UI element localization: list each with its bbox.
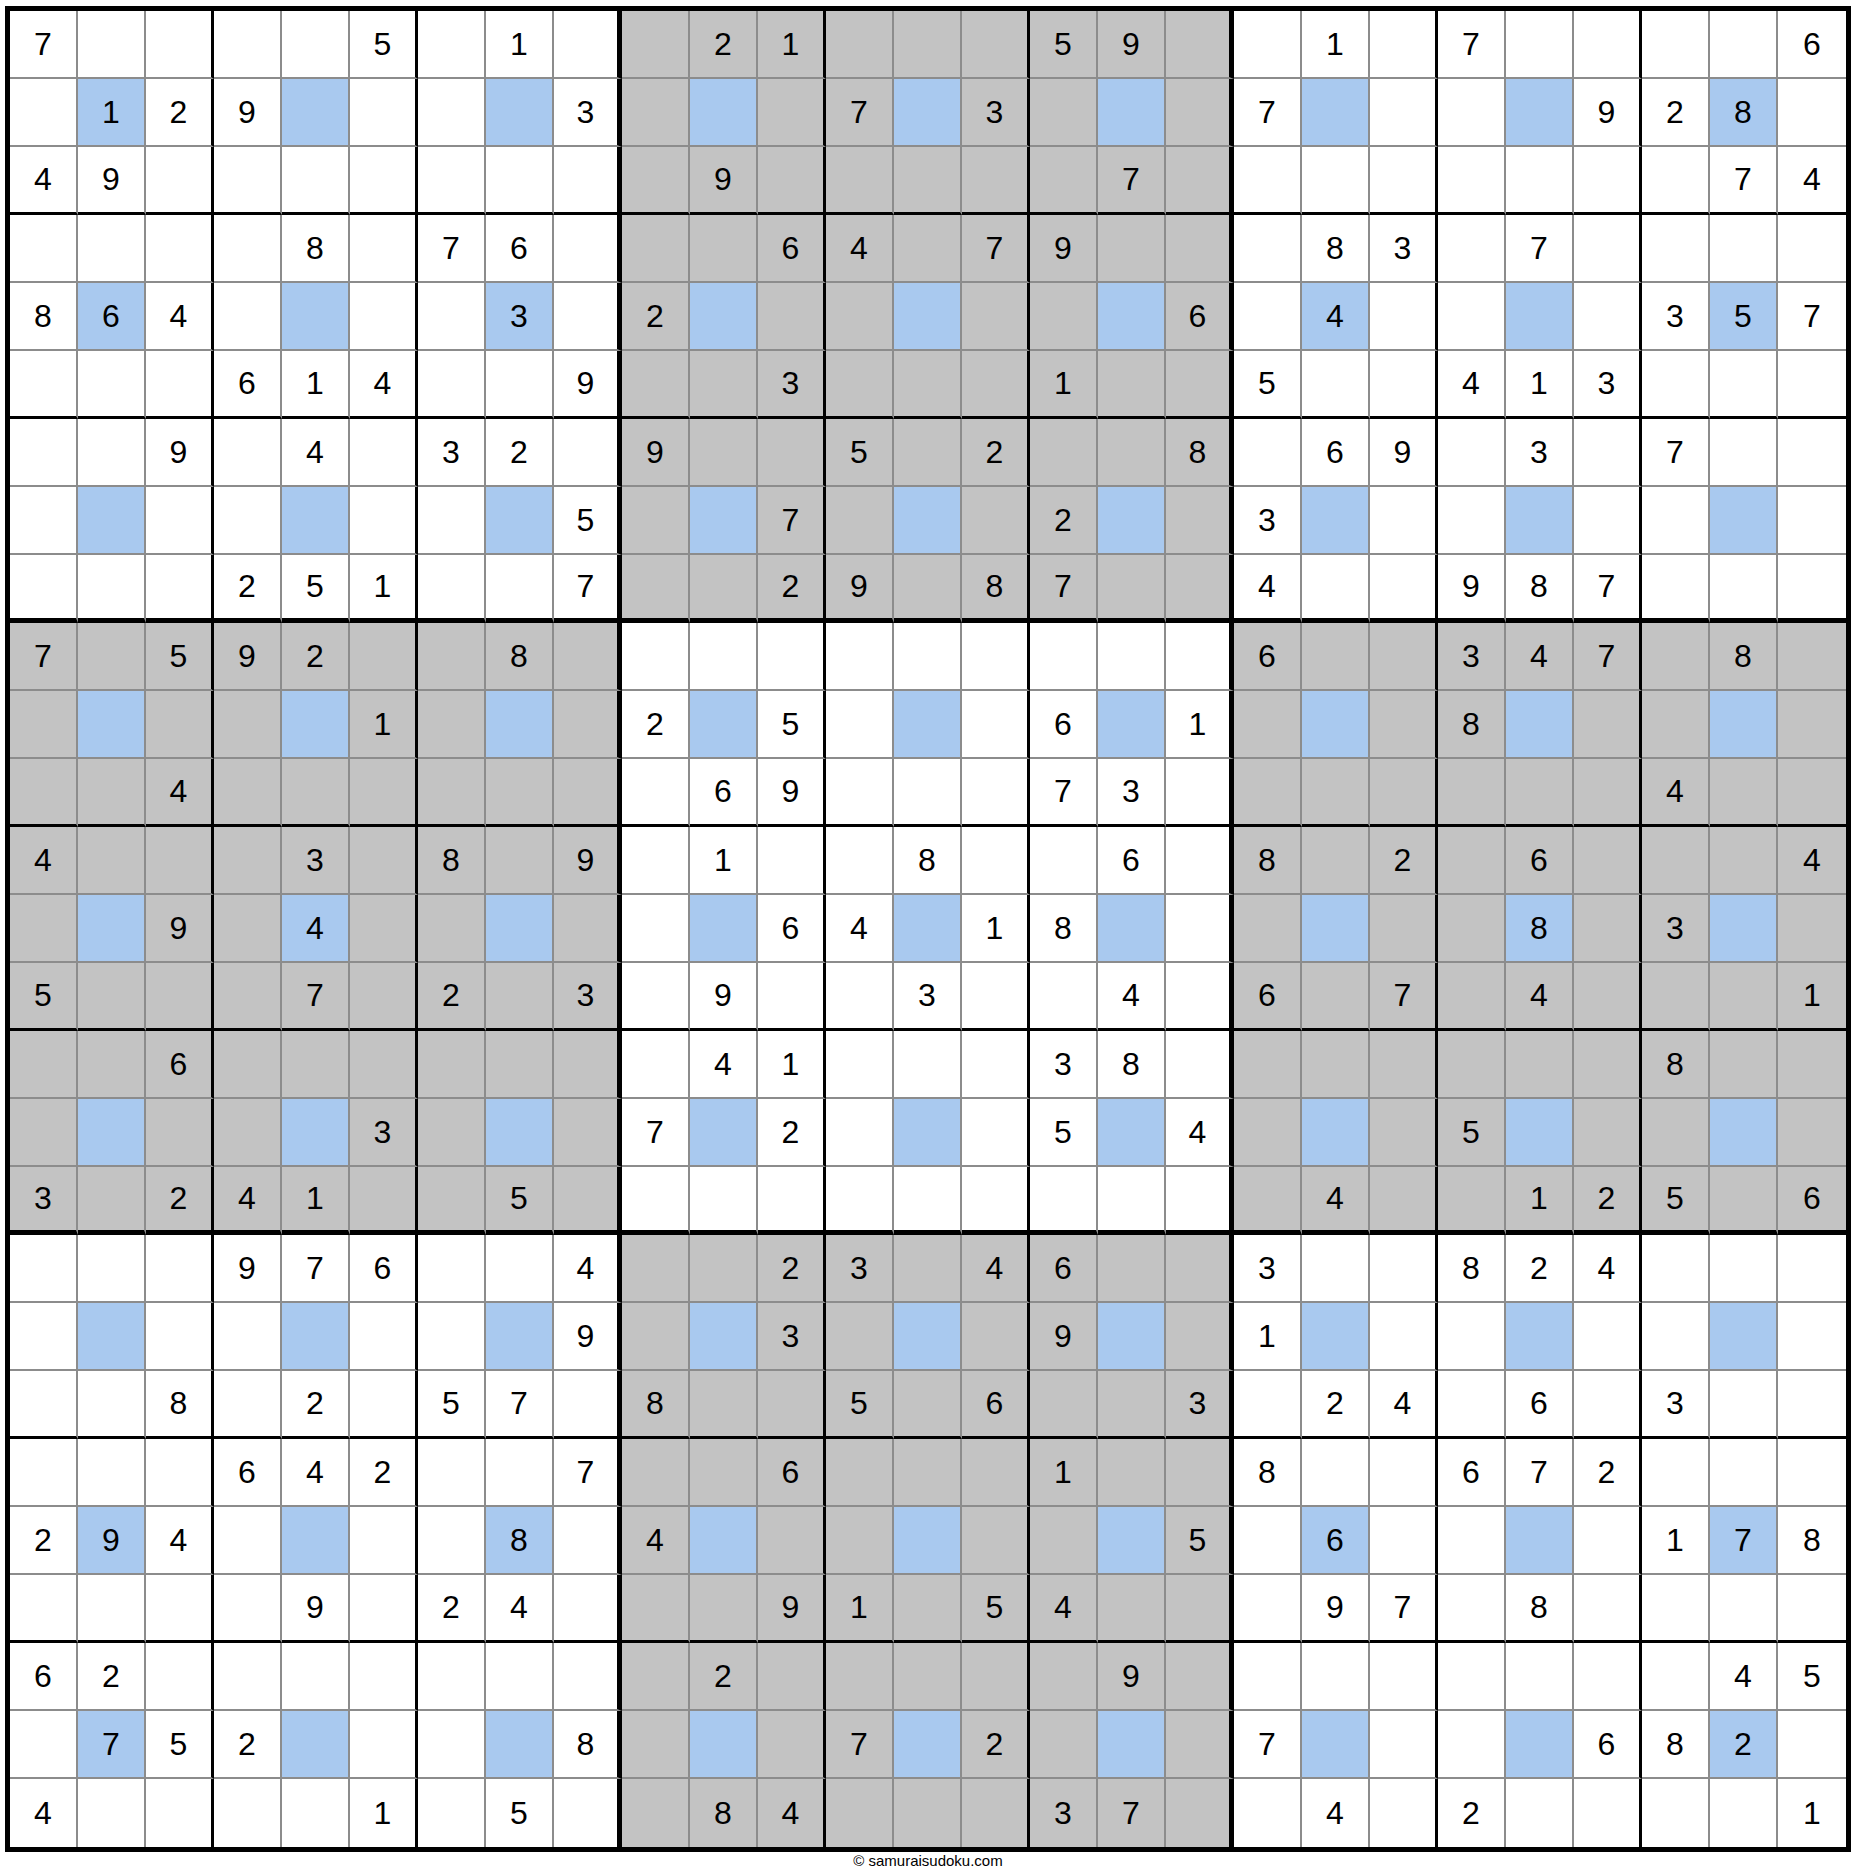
cell-r1c24[interactable]: 2 [1642, 79, 1710, 147]
cell-r26c19[interactable]: 4 [1302, 1779, 1370, 1847]
cell-r14c5[interactable] [350, 963, 418, 1031]
cell-r26c21[interactable]: 2 [1438, 1779, 1506, 1847]
cell-r19c8[interactable]: 9 [554, 1303, 622, 1371]
cell-r11c1[interactable] [78, 759, 146, 827]
cell-r24c5[interactable] [350, 1643, 418, 1711]
cell-r4c23[interactable] [1574, 283, 1642, 351]
cell-r10c13[interactable] [894, 691, 962, 759]
cell-r9c10[interactable] [690, 623, 758, 691]
cell-r2c4[interactable] [282, 147, 350, 215]
cell-r6c26[interactable] [1778, 419, 1846, 487]
cell-r21c21[interactable]: 6 [1438, 1439, 1506, 1507]
cell-r10c14[interactable] [962, 691, 1030, 759]
cell-r12c12[interactable] [826, 827, 894, 895]
cell-r7c11[interactable]: 7 [758, 487, 826, 555]
cell-r5c25[interactable] [1710, 351, 1778, 419]
cell-r21c20[interactable] [1370, 1439, 1438, 1507]
cell-r13c2[interactable]: 9 [146, 895, 214, 963]
cell-r15c8[interactable] [554, 1031, 622, 1099]
cell-r6c5[interactable] [350, 419, 418, 487]
cell-r14c3[interactable] [214, 963, 282, 1031]
cell-r24c15[interactable] [1030, 1643, 1098, 1711]
cell-r18c12[interactable]: 3 [826, 1235, 894, 1303]
cell-r7c22[interactable] [1506, 487, 1574, 555]
cell-r23c17[interactable] [1166, 1575, 1234, 1643]
cell-r9c20[interactable] [1370, 623, 1438, 691]
cell-r12c23[interactable] [1574, 827, 1642, 895]
cell-r15c19[interactable] [1302, 1031, 1370, 1099]
cell-r19c6[interactable] [418, 1303, 486, 1371]
cell-r23c8[interactable] [554, 1575, 622, 1643]
cell-r13c3[interactable] [214, 895, 282, 963]
cell-r14c17[interactable] [1166, 963, 1234, 1031]
cell-r17c26[interactable]: 6 [1778, 1167, 1846, 1235]
cell-r14c20[interactable]: 7 [1370, 963, 1438, 1031]
cell-r3c15[interactable]: 9 [1030, 215, 1098, 283]
cell-r16c24[interactable] [1642, 1099, 1710, 1167]
cell-r25c17[interactable] [1166, 1711, 1234, 1779]
cell-r4c19[interactable]: 4 [1302, 283, 1370, 351]
cell-r12c0[interactable]: 4 [10, 827, 78, 895]
cell-r0c16[interactable]: 9 [1098, 11, 1166, 79]
cell-r23c16[interactable] [1098, 1575, 1166, 1643]
cell-r7c20[interactable] [1370, 487, 1438, 555]
cell-r22c15[interactable] [1030, 1507, 1098, 1575]
cell-r18c16[interactable] [1098, 1235, 1166, 1303]
cell-r24c10[interactable]: 2 [690, 1643, 758, 1711]
cell-r22c23[interactable] [1574, 1507, 1642, 1575]
cell-r19c20[interactable] [1370, 1303, 1438, 1371]
cell-r16c11[interactable]: 2 [758, 1099, 826, 1167]
cell-r15c0[interactable] [10, 1031, 78, 1099]
cell-r15c11[interactable]: 1 [758, 1031, 826, 1099]
cell-r10c25[interactable] [1710, 691, 1778, 759]
cell-r15c22[interactable] [1506, 1031, 1574, 1099]
cell-r3c21[interactable] [1438, 215, 1506, 283]
cell-r25c23[interactable]: 6 [1574, 1711, 1642, 1779]
cell-r1c18[interactable]: 7 [1234, 79, 1302, 147]
cell-r10c3[interactable] [214, 691, 282, 759]
cell-r24c2[interactable] [146, 1643, 214, 1711]
cell-r10c10[interactable] [690, 691, 758, 759]
cell-r16c1[interactable] [78, 1099, 146, 1167]
cell-r15c6[interactable] [418, 1031, 486, 1099]
cell-r5c1[interactable] [78, 351, 146, 419]
cell-r10c11[interactable]: 5 [758, 691, 826, 759]
cell-r25c7[interactable] [486, 1711, 554, 1779]
cell-r7c1[interactable] [78, 487, 146, 555]
cell-r16c15[interactable]: 5 [1030, 1099, 1098, 1167]
cell-r10c19[interactable] [1302, 691, 1370, 759]
cell-r4c6[interactable] [418, 283, 486, 351]
cell-r18c26[interactable] [1778, 1235, 1846, 1303]
cell-r13c14[interactable]: 1 [962, 895, 1030, 963]
cell-r1c16[interactable] [1098, 79, 1166, 147]
cell-r25c26[interactable] [1778, 1711, 1846, 1779]
cell-r13c6[interactable] [418, 895, 486, 963]
cell-r15c20[interactable] [1370, 1031, 1438, 1099]
cell-r16c7[interactable] [486, 1099, 554, 1167]
cell-r16c4[interactable] [282, 1099, 350, 1167]
cell-r2c17[interactable] [1166, 147, 1234, 215]
cell-r17c11[interactable] [758, 1167, 826, 1235]
cell-r12c10[interactable]: 1 [690, 827, 758, 895]
cell-r5c18[interactable]: 5 [1234, 351, 1302, 419]
cell-r7c4[interactable] [282, 487, 350, 555]
cell-r23c21[interactable] [1438, 1575, 1506, 1643]
cell-r17c10[interactable] [690, 1167, 758, 1235]
cell-r18c15[interactable]: 6 [1030, 1235, 1098, 1303]
cell-r6c0[interactable] [10, 419, 78, 487]
cell-r21c23[interactable]: 2 [1574, 1439, 1642, 1507]
cell-r4c5[interactable] [350, 283, 418, 351]
cell-r4c11[interactable] [758, 283, 826, 351]
cell-r16c26[interactable] [1778, 1099, 1846, 1167]
cell-r22c24[interactable]: 1 [1642, 1507, 1710, 1575]
cell-r16c6[interactable] [418, 1099, 486, 1167]
cell-r16c13[interactable] [894, 1099, 962, 1167]
cell-r5c17[interactable] [1166, 351, 1234, 419]
cell-r25c19[interactable] [1302, 1711, 1370, 1779]
cell-r10c26[interactable] [1778, 691, 1846, 759]
cell-r9c12[interactable] [826, 623, 894, 691]
cell-r17c15[interactable] [1030, 1167, 1098, 1235]
cell-r22c22[interactable] [1506, 1507, 1574, 1575]
cell-r20c2[interactable]: 8 [146, 1371, 214, 1439]
cell-r14c18[interactable]: 6 [1234, 963, 1302, 1031]
cell-r1c11[interactable] [758, 79, 826, 147]
cell-r19c17[interactable] [1166, 1303, 1234, 1371]
cell-r14c15[interactable] [1030, 963, 1098, 1031]
cell-r25c9[interactable] [622, 1711, 690, 1779]
cell-r11c0[interactable] [10, 759, 78, 827]
cell-r14c8[interactable]: 3 [554, 963, 622, 1031]
cell-r18c20[interactable] [1370, 1235, 1438, 1303]
cell-r7c26[interactable] [1778, 487, 1846, 555]
cell-r13c5[interactable] [350, 895, 418, 963]
cell-r13c20[interactable] [1370, 895, 1438, 963]
cell-r12c15[interactable] [1030, 827, 1098, 895]
cell-r20c15[interactable] [1030, 1371, 1098, 1439]
cell-r21c24[interactable] [1642, 1439, 1710, 1507]
cell-r23c18[interactable] [1234, 1575, 1302, 1643]
cell-r14c6[interactable]: 2 [418, 963, 486, 1031]
cell-r19c14[interactable] [962, 1303, 1030, 1371]
cell-r15c4[interactable] [282, 1031, 350, 1099]
cell-r1c22[interactable] [1506, 79, 1574, 147]
cell-r8c10[interactable] [690, 555, 758, 623]
cell-r9c19[interactable] [1302, 623, 1370, 691]
cell-r6c18[interactable] [1234, 419, 1302, 487]
cell-r1c19[interactable] [1302, 79, 1370, 147]
cell-r17c17[interactable] [1166, 1167, 1234, 1235]
cell-r20c8[interactable] [554, 1371, 622, 1439]
cell-r19c22[interactable] [1506, 1303, 1574, 1371]
cell-r4c15[interactable] [1030, 283, 1098, 351]
cell-r14c22[interactable]: 4 [1506, 963, 1574, 1031]
cell-r19c13[interactable] [894, 1303, 962, 1371]
cell-r12c2[interactable] [146, 827, 214, 895]
cell-r26c25[interactable] [1710, 1779, 1778, 1847]
cell-r16c5[interactable]: 3 [350, 1099, 418, 1167]
cell-r4c22[interactable] [1506, 283, 1574, 351]
cell-r9c1[interactable] [78, 623, 146, 691]
cell-r22c8[interactable] [554, 1507, 622, 1575]
cell-r21c22[interactable]: 7 [1506, 1439, 1574, 1507]
cell-r0c22[interactable] [1506, 11, 1574, 79]
cell-r2c7[interactable] [486, 147, 554, 215]
cell-r13c4[interactable]: 4 [282, 895, 350, 963]
cell-r1c21[interactable] [1438, 79, 1506, 147]
cell-r12c6[interactable]: 8 [418, 827, 486, 895]
cell-r17c8[interactable] [554, 1167, 622, 1235]
cell-r21c10[interactable] [690, 1439, 758, 1507]
cell-r17c16[interactable] [1098, 1167, 1166, 1235]
cell-r21c15[interactable]: 1 [1030, 1439, 1098, 1507]
cell-r3c6[interactable]: 7 [418, 215, 486, 283]
cell-r4c4[interactable] [282, 283, 350, 351]
cell-r10c15[interactable]: 6 [1030, 691, 1098, 759]
cell-r10c9[interactable]: 2 [622, 691, 690, 759]
cell-r15c14[interactable] [962, 1031, 1030, 1099]
cell-r8c4[interactable]: 5 [282, 555, 350, 623]
cell-r8c26[interactable] [1778, 555, 1846, 623]
cell-r23c15[interactable]: 4 [1030, 1575, 1098, 1643]
cell-r6c14[interactable]: 2 [962, 419, 1030, 487]
cell-r8c25[interactable] [1710, 555, 1778, 623]
cell-r16c20[interactable] [1370, 1099, 1438, 1167]
cell-r16c2[interactable] [146, 1099, 214, 1167]
cell-r4c9[interactable]: 2 [622, 283, 690, 351]
cell-r11c16[interactable]: 3 [1098, 759, 1166, 827]
cell-r24c18[interactable] [1234, 1643, 1302, 1711]
cell-r4c16[interactable] [1098, 283, 1166, 351]
cell-r2c12[interactable] [826, 147, 894, 215]
cell-r2c10[interactable]: 9 [690, 147, 758, 215]
cell-r23c6[interactable]: 2 [418, 1575, 486, 1643]
cell-r7c3[interactable] [214, 487, 282, 555]
cell-r4c17[interactable]: 6 [1166, 283, 1234, 351]
cell-r18c17[interactable] [1166, 1235, 1234, 1303]
cell-r8c15[interactable]: 7 [1030, 555, 1098, 623]
cell-r3c0[interactable] [10, 215, 78, 283]
cell-r1c8[interactable]: 3 [554, 79, 622, 147]
cell-r23c22[interactable]: 8 [1506, 1575, 1574, 1643]
cell-r24c21[interactable] [1438, 1643, 1506, 1711]
cell-r26c5[interactable]: 1 [350, 1779, 418, 1847]
cell-r3c16[interactable] [1098, 215, 1166, 283]
cell-r18c9[interactable] [622, 1235, 690, 1303]
cell-r11c13[interactable] [894, 759, 962, 827]
cell-r16c3[interactable] [214, 1099, 282, 1167]
cell-r25c11[interactable] [758, 1711, 826, 1779]
cell-r21c12[interactable] [826, 1439, 894, 1507]
cell-r2c26[interactable]: 4 [1778, 147, 1846, 215]
cell-r14c1[interactable] [78, 963, 146, 1031]
cell-r3c1[interactable] [78, 215, 146, 283]
cell-r14c4[interactable]: 7 [282, 963, 350, 1031]
cell-r9c16[interactable] [1098, 623, 1166, 691]
cell-r3c11[interactable]: 6 [758, 215, 826, 283]
cell-r0c26[interactable]: 6 [1778, 11, 1846, 79]
cell-r4c7[interactable]: 3 [486, 283, 554, 351]
cell-r3c22[interactable]: 7 [1506, 215, 1574, 283]
cell-r26c3[interactable] [214, 1779, 282, 1847]
cell-r2c25[interactable]: 7 [1710, 147, 1778, 215]
cell-r16c0[interactable] [10, 1099, 78, 1167]
cell-r20c5[interactable] [350, 1371, 418, 1439]
cell-r16c8[interactable] [554, 1099, 622, 1167]
cell-r19c7[interactable] [486, 1303, 554, 1371]
cell-r11c12[interactable] [826, 759, 894, 827]
cell-r7c19[interactable] [1302, 487, 1370, 555]
cell-r25c21[interactable] [1438, 1711, 1506, 1779]
cell-r7c0[interactable] [10, 487, 78, 555]
cell-r26c16[interactable]: 7 [1098, 1779, 1166, 1847]
cell-r1c12[interactable]: 7 [826, 79, 894, 147]
cell-r23c23[interactable] [1574, 1575, 1642, 1643]
cell-r0c7[interactable]: 1 [486, 11, 554, 79]
cell-r11c24[interactable]: 4 [1642, 759, 1710, 827]
cell-r26c24[interactable] [1642, 1779, 1710, 1847]
cell-r22c18[interactable] [1234, 1507, 1302, 1575]
cell-r1c14[interactable]: 3 [962, 79, 1030, 147]
cell-r9c21[interactable]: 3 [1438, 623, 1506, 691]
cell-r17c21[interactable] [1438, 1167, 1506, 1235]
cell-r16c18[interactable] [1234, 1099, 1302, 1167]
cell-r4c18[interactable] [1234, 283, 1302, 351]
cell-r26c9[interactable] [622, 1779, 690, 1847]
cell-r26c15[interactable]: 3 [1030, 1779, 1098, 1847]
cell-r22c9[interactable]: 4 [622, 1507, 690, 1575]
cell-r22c11[interactable] [758, 1507, 826, 1575]
cell-r11c6[interactable] [418, 759, 486, 827]
cell-r2c24[interactable] [1642, 147, 1710, 215]
cell-r25c12[interactable]: 7 [826, 1711, 894, 1779]
cell-r18c14[interactable]: 4 [962, 1235, 1030, 1303]
cell-r11c21[interactable] [1438, 759, 1506, 827]
cell-r11c17[interactable] [1166, 759, 1234, 827]
cell-r3c14[interactable]: 7 [962, 215, 1030, 283]
cell-r25c14[interactable]: 2 [962, 1711, 1030, 1779]
cell-r10c12[interactable] [826, 691, 894, 759]
cell-r13c25[interactable] [1710, 895, 1778, 963]
cell-r2c9[interactable] [622, 147, 690, 215]
cell-r7c7[interactable] [486, 487, 554, 555]
cell-r22c7[interactable]: 8 [486, 1507, 554, 1575]
cell-r22c25[interactable]: 7 [1710, 1507, 1778, 1575]
cell-r9c25[interactable]: 8 [1710, 623, 1778, 691]
cell-r22c26[interactable]: 8 [1778, 1507, 1846, 1575]
cell-r20c10[interactable] [690, 1371, 758, 1439]
cell-r14c23[interactable] [1574, 963, 1642, 1031]
cell-r3c9[interactable] [622, 215, 690, 283]
cell-r13c11[interactable]: 6 [758, 895, 826, 963]
cell-r5c3[interactable]: 6 [214, 351, 282, 419]
cell-r25c5[interactable] [350, 1711, 418, 1779]
cell-r1c9[interactable] [622, 79, 690, 147]
cell-r20c14[interactable]: 6 [962, 1371, 1030, 1439]
cell-r17c2[interactable]: 2 [146, 1167, 214, 1235]
cell-r0c17[interactable] [1166, 11, 1234, 79]
cell-r24c19[interactable] [1302, 1643, 1370, 1711]
cell-r17c20[interactable] [1370, 1167, 1438, 1235]
cell-r12c19[interactable] [1302, 827, 1370, 895]
cell-r5c24[interactable] [1642, 351, 1710, 419]
cell-r17c9[interactable] [622, 1167, 690, 1235]
cell-r25c20[interactable] [1370, 1711, 1438, 1779]
cell-r4c3[interactable] [214, 283, 282, 351]
cell-r24c22[interactable] [1506, 1643, 1574, 1711]
cell-r26c11[interactable]: 4 [758, 1779, 826, 1847]
cell-r10c16[interactable] [1098, 691, 1166, 759]
cell-r22c21[interactable] [1438, 1507, 1506, 1575]
cell-r13c1[interactable] [78, 895, 146, 963]
cell-r24c0[interactable]: 6 [10, 1643, 78, 1711]
cell-r12c1[interactable] [78, 827, 146, 895]
cell-r14c14[interactable] [962, 963, 1030, 1031]
cell-r21c11[interactable]: 6 [758, 1439, 826, 1507]
cell-r19c2[interactable] [146, 1303, 214, 1371]
cell-r25c13[interactable] [894, 1711, 962, 1779]
cell-r12c14[interactable] [962, 827, 1030, 895]
cell-r3c26[interactable] [1778, 215, 1846, 283]
cell-r6c24[interactable]: 7 [1642, 419, 1710, 487]
cell-r21c19[interactable] [1302, 1439, 1370, 1507]
cell-r5c14[interactable] [962, 351, 1030, 419]
cell-r13c23[interactable] [1574, 895, 1642, 963]
cell-r0c24[interactable] [1642, 11, 1710, 79]
cell-r24c6[interactable] [418, 1643, 486, 1711]
cell-r6c20[interactable]: 9 [1370, 419, 1438, 487]
cell-r7c6[interactable] [418, 487, 486, 555]
cell-r0c8[interactable] [554, 11, 622, 79]
cell-r17c1[interactable] [78, 1167, 146, 1235]
cell-r10c20[interactable] [1370, 691, 1438, 759]
cell-r11c7[interactable] [486, 759, 554, 827]
cell-r21c7[interactable] [486, 1439, 554, 1507]
cell-r0c5[interactable]: 5 [350, 11, 418, 79]
cell-r18c5[interactable]: 6 [350, 1235, 418, 1303]
cell-r20c26[interactable] [1778, 1371, 1846, 1439]
cell-r7c8[interactable]: 5 [554, 487, 622, 555]
cell-r21c6[interactable] [418, 1439, 486, 1507]
cell-r8c21[interactable]: 9 [1438, 555, 1506, 623]
cell-r20c6[interactable]: 5 [418, 1371, 486, 1439]
cell-r7c24[interactable] [1642, 487, 1710, 555]
cell-r7c21[interactable] [1438, 487, 1506, 555]
cell-r19c0[interactable] [10, 1303, 78, 1371]
cell-r1c3[interactable]: 9 [214, 79, 282, 147]
cell-r17c19[interactable]: 4 [1302, 1167, 1370, 1235]
cell-r14c24[interactable] [1642, 963, 1710, 1031]
cell-r4c1[interactable]: 6 [78, 283, 146, 351]
cell-r3c3[interactable] [214, 215, 282, 283]
cell-r4c21[interactable] [1438, 283, 1506, 351]
cell-r4c8[interactable] [554, 283, 622, 351]
cell-r0c3[interactable] [214, 11, 282, 79]
cell-r17c23[interactable]: 2 [1574, 1167, 1642, 1235]
cell-r19c1[interactable] [78, 1303, 146, 1371]
cell-r6c22[interactable]: 3 [1506, 419, 1574, 487]
cell-r12c26[interactable]: 4 [1778, 827, 1846, 895]
cell-r19c18[interactable]: 1 [1234, 1303, 1302, 1371]
cell-r17c14[interactable] [962, 1167, 1030, 1235]
cell-r18c6[interactable] [418, 1235, 486, 1303]
cell-r13c16[interactable] [1098, 895, 1166, 963]
cell-r17c0[interactable]: 3 [10, 1167, 78, 1235]
cell-r0c2[interactable] [146, 11, 214, 79]
